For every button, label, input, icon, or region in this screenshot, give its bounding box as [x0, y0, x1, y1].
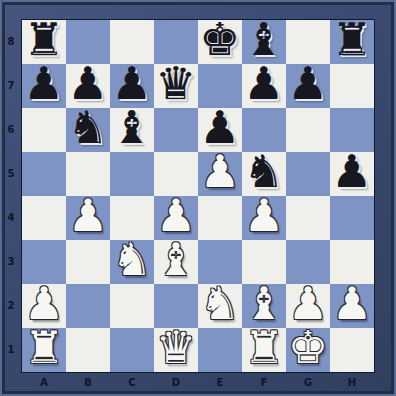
file-label-c: C	[110, 375, 154, 393]
rank-label-2: 2	[0, 284, 22, 328]
square-d1[interactable]: ♛	[154, 328, 198, 372]
piece-white-pawn[interactable]: ♟	[200, 150, 240, 194]
square-c6[interactable]: ♝	[110, 108, 154, 152]
rank-label-7: 7	[0, 64, 22, 108]
rank-label-8: 8	[0, 20, 22, 64]
piece-white-bishop[interactable]: ♝	[244, 282, 284, 326]
square-g6[interactable]	[286, 108, 330, 152]
piece-white-knight[interactable]: ♞	[112, 238, 152, 282]
file-label-h: H	[330, 375, 374, 393]
square-f1[interactable]: ♜	[242, 328, 286, 372]
piece-white-pawn[interactable]: ♟	[156, 194, 196, 238]
square-b1[interactable]	[66, 328, 110, 372]
square-h8[interactable]: ♜	[330, 20, 374, 64]
square-b2[interactable]	[66, 284, 110, 328]
square-a6[interactable]	[22, 108, 66, 152]
square-f7[interactable]: ♟	[242, 64, 286, 108]
square-e4[interactable]	[198, 196, 242, 240]
square-g4[interactable]	[286, 196, 330, 240]
piece-black-pawn[interactable]: ♟	[332, 150, 372, 194]
square-e5[interactable]: ♟	[198, 152, 242, 196]
piece-black-pawn[interactable]: ♟	[112, 62, 152, 106]
piece-black-bishop[interactable]: ♝	[112, 106, 152, 150]
square-c3[interactable]: ♞	[110, 240, 154, 284]
piece-white-king[interactable]: ♚	[288, 326, 328, 370]
piece-white-pawn[interactable]: ♟	[24, 282, 64, 326]
square-h7[interactable]	[330, 64, 374, 108]
square-h1[interactable]	[330, 328, 374, 372]
piece-white-rook[interactable]: ♜	[24, 326, 64, 370]
file-label-f: F	[242, 375, 286, 393]
piece-black-bishop[interactable]: ♝	[244, 18, 284, 62]
rank-label-5: 5	[0, 152, 22, 196]
square-a4[interactable]	[22, 196, 66, 240]
piece-black-pawn[interactable]: ♟	[288, 62, 328, 106]
chess-board: ♜♚♝♜♟♟♟♛♟♟♞♝♟♟♞♟♟♟♟♞♝♟♞♝♟♟♜♛♜♚	[22, 20, 374, 372]
piece-black-king[interactable]: ♚	[200, 18, 240, 62]
piece-white-knight[interactable]: ♞	[200, 282, 240, 326]
square-e2[interactable]: ♞	[198, 284, 242, 328]
file-labels: ABCDEFGH	[22, 375, 374, 393]
piece-white-pawn[interactable]: ♟	[332, 282, 372, 326]
square-a1[interactable]: ♜	[22, 328, 66, 372]
piece-white-pawn[interactable]: ♟	[68, 194, 108, 238]
file-label-b: B	[66, 375, 110, 393]
piece-white-pawn[interactable]: ♟	[288, 282, 328, 326]
square-e1[interactable]	[198, 328, 242, 372]
piece-black-rook[interactable]: ♜	[24, 18, 64, 62]
rank-label-6: 6	[0, 108, 22, 152]
piece-black-pawn[interactable]: ♟	[24, 62, 64, 106]
piece-white-queen[interactable]: ♛	[156, 326, 196, 370]
piece-white-bishop[interactable]: ♝	[156, 238, 196, 282]
square-d6[interactable]	[154, 108, 198, 152]
square-c1[interactable]	[110, 328, 154, 372]
square-d7[interactable]: ♛	[154, 64, 198, 108]
square-c2[interactable]	[110, 284, 154, 328]
square-a5[interactable]	[22, 152, 66, 196]
square-b3[interactable]	[66, 240, 110, 284]
piece-black-knight[interactable]: ♞	[244, 150, 284, 194]
square-h5[interactable]: ♟	[330, 152, 374, 196]
square-h2[interactable]: ♟	[330, 284, 374, 328]
file-label-d: D	[154, 375, 198, 393]
piece-black-pawn[interactable]: ♟	[200, 106, 240, 150]
piece-black-queen[interactable]: ♛	[156, 62, 196, 106]
piece-white-rook[interactable]: ♜	[244, 326, 284, 370]
square-g7[interactable]: ♟	[286, 64, 330, 108]
piece-white-pawn[interactable]: ♟	[244, 194, 284, 238]
square-g1[interactable]: ♚	[286, 328, 330, 372]
board-frame: 87654321 ♜♚♝♜♟♟♟♛♟♟♞♝♟♟♞♟♟♟♟♞♝♟♞♝♟♟♜♛♜♚ …	[0, 0, 396, 396]
rank-label-1: 1	[0, 328, 22, 372]
square-g5[interactable]	[286, 152, 330, 196]
piece-black-pawn[interactable]: ♟	[68, 62, 108, 106]
square-c5[interactable]	[110, 152, 154, 196]
rank-label-3: 3	[0, 240, 22, 284]
file-label-e: E	[198, 375, 242, 393]
file-label-g: G	[286, 375, 330, 393]
square-h4[interactable]	[330, 196, 374, 240]
square-f4[interactable]: ♟	[242, 196, 286, 240]
square-b6[interactable]: ♞	[66, 108, 110, 152]
file-label-a: A	[22, 375, 66, 393]
piece-black-rook[interactable]: ♜	[332, 18, 372, 62]
square-e8[interactable]: ♚	[198, 20, 242, 64]
square-d3[interactable]: ♝	[154, 240, 198, 284]
square-a7[interactable]: ♟	[22, 64, 66, 108]
piece-black-pawn[interactable]: ♟	[244, 62, 284, 106]
rank-label-4: 4	[0, 196, 22, 240]
piece-black-knight[interactable]: ♞	[68, 106, 108, 150]
rank-labels: 87654321	[0, 20, 22, 372]
square-b4[interactable]: ♟	[66, 196, 110, 240]
